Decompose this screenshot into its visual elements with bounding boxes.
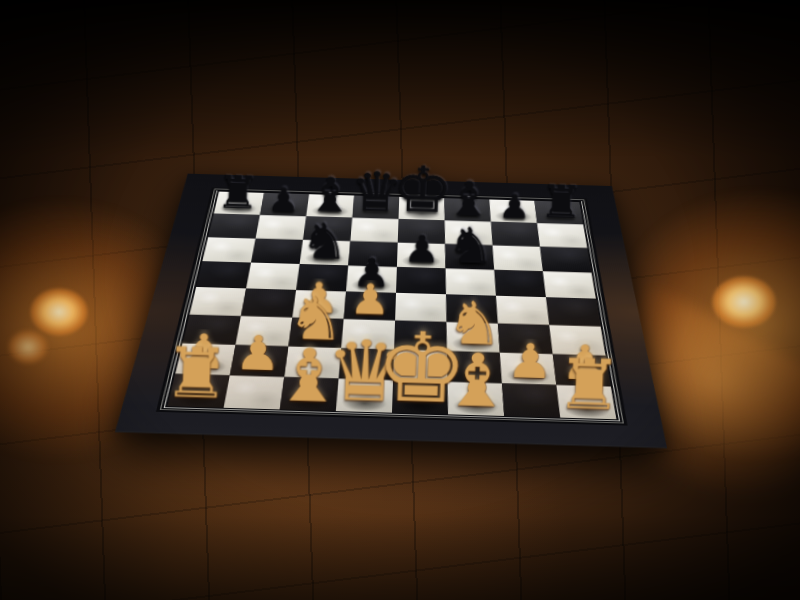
piece-shadow (296, 303, 340, 319)
square-e1: ♚ (392, 380, 448, 414)
scene: ♜♟♝♛♚♝♟♜♞♟♞♟♟♟♞♞♟♟♟♟♜♝♛♚♝♜ (0, 0, 800, 600)
piece-shadow (310, 205, 350, 218)
square-c6: ♞ (300, 240, 351, 266)
square-c2 (284, 346, 341, 378)
square-f1: ♝ (447, 382, 504, 416)
piece-shadow (293, 331, 339, 348)
piece-shadow (559, 369, 607, 387)
square-f6: ♞ (445, 244, 494, 270)
square-d4: ♟ (344, 292, 396, 321)
square-d7 (350, 218, 398, 243)
square-b6 (251, 238, 303, 264)
square-c7 (303, 216, 352, 241)
square-e3 (394, 320, 447, 351)
piece-shadow (563, 400, 612, 419)
piece-shadow (348, 305, 392, 321)
piece-shadow (401, 254, 442, 268)
square-b2: ♟ (230, 345, 289, 377)
square-d3 (341, 319, 395, 349)
square-e8: ♚ (398, 197, 444, 221)
square-b8: ♟ (260, 193, 309, 216)
square-a1: ♜ (168, 374, 230, 408)
square-a3 (183, 314, 241, 344)
square-h6 (540, 247, 592, 273)
square-h8: ♜ (534, 201, 583, 225)
square-a8: ♜ (214, 192, 264, 215)
square-g2: ♟ (500, 352, 557, 384)
square-b5 (246, 263, 300, 290)
square-b7 (256, 215, 307, 240)
square-f8: ♝ (444, 198, 491, 222)
piece-shadow (172, 389, 222, 407)
square-e5 (396, 267, 446, 294)
square-d2 (339, 348, 394, 380)
square-c1: ♝ (280, 377, 339, 411)
piece-shadow (356, 206, 395, 219)
square-b4 (241, 289, 296, 318)
piece-shadow (340, 394, 388, 413)
piece-shadow (505, 367, 552, 385)
square-g1 (502, 383, 560, 417)
square-e7 (398, 219, 445, 244)
square-g7 (491, 222, 540, 247)
square-d8: ♛ (352, 196, 399, 220)
piece-shadow (180, 358, 229, 375)
square-a2: ♟ (175, 343, 235, 375)
board-frame: ♜♟♝♛♚♝♟♜♞♟♞♟♟♟♞♞♟♟♟♟♜♝♛♚♝♜ (115, 174, 667, 449)
square-f3: ♞ (446, 322, 499, 353)
square-h7 (537, 223, 587, 248)
square-d1: ♛ (336, 379, 393, 413)
square-c3: ♞ (288, 317, 343, 347)
piece-shadow (452, 397, 499, 416)
square-d6 (348, 241, 397, 267)
piece-shadow (234, 359, 282, 376)
piece-shadow (449, 256, 490, 270)
square-e4 (395, 293, 446, 322)
square-g4 (496, 296, 549, 325)
square-a4 (190, 287, 247, 316)
piece-shadow (451, 336, 496, 353)
square-a5 (196, 261, 251, 288)
square-b1 (224, 375, 285, 409)
square-f5 (446, 268, 496, 295)
square-c5 (296, 264, 348, 291)
piece-shadow (264, 203, 304, 216)
square-c8: ♝ (306, 194, 354, 217)
square-g5 (494, 270, 546, 297)
square-d5: ♟ (346, 266, 397, 293)
square-h3 (549, 325, 605, 356)
square-h1: ♜ (556, 385, 616, 419)
square-g6 (492, 245, 542, 271)
piece-shadow (396, 396, 443, 415)
square-a6 (202, 237, 255, 263)
square-f2 (447, 351, 502, 383)
square-e6: ♟ (397, 242, 446, 268)
square-b3 (236, 316, 293, 346)
square-h4 (546, 297, 601, 326)
square-h5 (543, 271, 596, 299)
playing-area: ♜♟♝♛♚♝♟♜♞♟♞♟♟♟♞♞♟♟♟♟♜♝♛♚♝♜ (168, 192, 617, 420)
square-a7 (208, 214, 260, 239)
piece-shadow (284, 392, 333, 411)
square-e2 (393, 349, 447, 381)
square-g3 (498, 323, 553, 354)
square-h2: ♟ (553, 354, 611, 386)
chess-board: ♜♟♝♛♚♝♟♜♞♟♞♟♟♟♞♞♟♟♟♟♜♝♛♚♝♜ (149, 63, 644, 523)
piece-shadow (350, 278, 392, 293)
piece-shadow (303, 251, 345, 265)
square-c4: ♟ (292, 290, 346, 319)
square-f4 (446, 294, 498, 323)
square-g8: ♟ (489, 200, 537, 224)
square-f7 (445, 220, 493, 245)
